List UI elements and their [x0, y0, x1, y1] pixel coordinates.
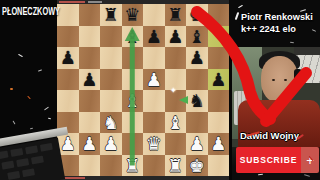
- square-d6[interactable]: [122, 47, 144, 69]
- square-e5[interactable]: ♟: [143, 69, 165, 91]
- square-e8[interactable]: [143, 4, 165, 26]
- window-status-bar: [57, 176, 229, 180]
- square-e4[interactable]: [143, 90, 165, 112]
- piece-bb-g7[interactable]: ♝: [189, 26, 205, 47]
- square-d7[interactable]: ♝: [122, 26, 144, 48]
- square-d8[interactable]: ♛: [122, 4, 144, 26]
- square-d1[interactable]: ♜: [122, 155, 144, 177]
- square-e6[interactable]: [143, 47, 165, 69]
- square-g1[interactable]: ♚: [186, 155, 208, 177]
- square-g2[interactable]: ♟: [186, 133, 208, 155]
- square-h2[interactable]: ♟: [208, 133, 230, 155]
- square-c3[interactable]: ♞: [100, 112, 122, 134]
- square-c1[interactable]: [100, 155, 122, 177]
- square-c2[interactable]: ♟: [100, 133, 122, 155]
- square-e2[interactable]: ♛: [143, 133, 165, 155]
- piece-bp-h5[interactable]: ♟: [210, 69, 226, 90]
- piece-wb-f3[interactable]: ♝: [167, 112, 183, 133]
- square-g4[interactable]: ♞: [186, 90, 208, 112]
- square-g3[interactable]: [186, 112, 208, 134]
- window-title-text-blur2: [88, 1, 102, 3]
- sparkle-icon: ✦: [170, 86, 177, 95]
- square-b8[interactable]: [79, 4, 101, 26]
- square-a6[interactable]: ♟: [57, 47, 79, 69]
- headphone-earcup: [294, 69, 302, 83]
- eye-right: [284, 79, 287, 81]
- piece-wp-c2[interactable]: ♟: [103, 133, 119, 154]
- square-c7[interactable]: [100, 26, 122, 48]
- square-h1[interactable]: [208, 155, 230, 177]
- square-h3[interactable]: [208, 112, 230, 134]
- square-f6[interactable]: [165, 47, 187, 69]
- square-g6[interactable]: ♟: [186, 47, 208, 69]
- square-a7[interactable]: [57, 26, 79, 48]
- player-name: Piotr Renkowski: [241, 11, 313, 23]
- piece-bp-b5[interactable]: ♟: [81, 69, 97, 90]
- square-c5[interactable]: [100, 69, 122, 91]
- square-f7[interactable]: ♟: [165, 26, 187, 48]
- square-e7[interactable]: ♟: [143, 26, 165, 48]
- piece-bn-g4[interactable]: ♞: [189, 90, 205, 111]
- piece-wb-d4[interactable]: ♝: [124, 90, 140, 111]
- eye-left: [272, 79, 275, 81]
- square-h7[interactable]: [208, 26, 230, 48]
- square-b6[interactable]: [79, 47, 101, 69]
- square-b3[interactable]: [79, 112, 101, 134]
- square-d2[interactable]: [122, 133, 144, 155]
- piece-wk-g1[interactable]: ♚: [189, 155, 205, 176]
- player-rating: k++ 2241 elo: [241, 23, 313, 35]
- piece-wn-c3[interactable]: ♞: [103, 112, 119, 133]
- piece-br-c8[interactable]: ♜: [103, 4, 119, 25]
- piece-wr-f1[interactable]: ♜: [167, 155, 183, 176]
- square-b5[interactable]: ♟: [79, 69, 101, 91]
- ceiling-band: [294, 47, 320, 55]
- piece-bp-e7[interactable]: ♟: [146, 26, 162, 47]
- chess-board[interactable]: ♜♛♜♚♝♟♟♝♟♟♟♟♟♝♞♞♝♟♟♟♛♟♟♜♜♚: [57, 4, 229, 176]
- square-h4[interactable]: [208, 90, 230, 112]
- window-title-bar: [57, 0, 229, 4]
- subscribe-button[interactable]: SUBSCRIBE: [236, 147, 301, 173]
- square-f8[interactable]: ♜: [165, 4, 187, 26]
- piece-wp-a2[interactable]: ♟: [60, 133, 76, 154]
- window-title-text-blur: [59, 1, 85, 3]
- square-a8[interactable]: [57, 4, 79, 26]
- square-g8[interactable]: ♚: [186, 4, 208, 26]
- square-b7[interactable]: [79, 26, 101, 48]
- confetti-speck: [10, 88, 13, 90]
- channel-name: PŁONECZKOWY: [2, 5, 60, 17]
- square-f2[interactable]: [165, 133, 187, 155]
- square-h8[interactable]: [208, 4, 230, 26]
- thumbnail-stage: ♜♛♜♚♝♟♟♝♟♟♟♟♟♝♞♞♝♟♟♟♛♟♟♜♜♚ ✦ PŁONECZKOWY…: [0, 0, 320, 180]
- piece-bk-g8[interactable]: ♚: [189, 4, 205, 25]
- mini-green-arrowhead-icon: [179, 96, 188, 104]
- square-d4[interactable]: ♝: [122, 90, 144, 112]
- face: [261, 56, 298, 103]
- player-caption: Piotr Renkowski k++ 2241 elo: [241, 11, 313, 34]
- square-d5[interactable]: [122, 69, 144, 91]
- piece-wp-b2[interactable]: ♟: [81, 133, 97, 154]
- square-b2[interactable]: ♟: [79, 133, 101, 155]
- square-g5[interactable]: [186, 69, 208, 91]
- square-h6[interactable]: [208, 47, 230, 69]
- piece-wp-h2[interactable]: ♟: [210, 133, 226, 154]
- piece-bp-g6[interactable]: ♟: [189, 47, 205, 68]
- square-h5[interactable]: ♟: [208, 69, 230, 91]
- square-b4[interactable]: [79, 90, 101, 112]
- square-f1[interactable]: ♜: [165, 155, 187, 177]
- square-a5[interactable]: [57, 69, 79, 91]
- piece-wr-d1[interactable]: ♜: [124, 155, 140, 176]
- subscribe-plus-button[interactable]: +: [301, 147, 319, 173]
- square-b1[interactable]: [79, 155, 101, 177]
- square-e3[interactable]: [143, 112, 165, 134]
- piece-bp-f7[interactable]: ♟: [167, 26, 183, 47]
- piece-bb-d7[interactable]: ♝: [124, 26, 140, 47]
- square-e1[interactable]: [143, 155, 165, 177]
- square-f3[interactable]: ♝: [165, 112, 187, 134]
- square-d3[interactable]: [122, 112, 144, 134]
- piece-wq-e2[interactable]: ♛: [146, 133, 162, 154]
- square-a4[interactable]: [57, 90, 79, 112]
- square-c6[interactable]: [100, 47, 122, 69]
- piece-bp-a6[interactable]: ♟: [60, 47, 76, 68]
- piece-br-f8[interactable]: ♜: [167, 4, 183, 25]
- square-c8[interactable]: ♜: [100, 4, 122, 26]
- square-g7[interactable]: ♝: [186, 26, 208, 48]
- square-c4[interactable]: [100, 90, 122, 112]
- piece-wp-g2[interactable]: ♟: [189, 133, 205, 154]
- subscribe-button-group: SUBSCRIBE +: [236, 147, 319, 173]
- piece-wp-e5[interactable]: ♟: [146, 69, 162, 90]
- piece-bq-d8[interactable]: ♛: [124, 4, 140, 25]
